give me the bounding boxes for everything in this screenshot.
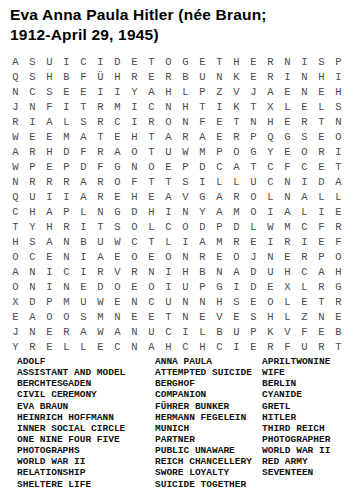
- grid-cell[interactable]: P: [245, 129, 262, 144]
- grid-cell[interactable]: R: [262, 69, 279, 84]
- grid-cell[interactable]: C: [24, 84, 41, 99]
- grid-cell[interactable]: D: [92, 279, 109, 294]
- grid-cell[interactable]: A: [41, 234, 58, 249]
- grid-cell[interactable]: N: [24, 279, 41, 294]
- grid-cell[interactable]: R: [58, 324, 75, 339]
- grid-cell[interactable]: S: [228, 294, 245, 309]
- grid-cell[interactable]: T: [92, 219, 109, 234]
- grid-cell[interactable]: R: [58, 174, 75, 189]
- grid-cell[interactable]: E: [296, 99, 313, 114]
- grid-cell[interactable]: I: [160, 204, 177, 219]
- grid-cell[interactable]: S: [296, 129, 313, 144]
- grid-cell[interactable]: K: [228, 99, 245, 114]
- grid-cell[interactable]: T: [75, 99, 92, 114]
- grid-cell[interactable]: R: [92, 144, 109, 159]
- grid-cell[interactable]: A: [194, 234, 211, 249]
- grid-cell[interactable]: C: [143, 99, 160, 114]
- grid-cell[interactable]: T: [143, 129, 160, 144]
- grid-cell[interactable]: N: [313, 309, 330, 324]
- grid-cell[interactable]: N: [177, 204, 194, 219]
- grid-cell[interactable]: E: [92, 339, 109, 354]
- grid-cell[interactable]: O: [245, 204, 262, 219]
- grid-cell[interactable]: E: [109, 189, 126, 204]
- grid-cell[interactable]: D: [24, 294, 41, 309]
- grid-cell[interactable]: I: [126, 99, 143, 114]
- grid-cell[interactable]: S: [313, 54, 330, 69]
- grid-cell[interactable]: P: [58, 159, 75, 174]
- grid-cell[interactable]: N: [177, 294, 194, 309]
- grid-cell[interactable]: A: [75, 189, 92, 204]
- grid-cell[interactable]: L: [279, 99, 296, 114]
- grid-cell[interactable]: G: [211, 279, 228, 294]
- grid-cell[interactable]: U: [92, 234, 109, 249]
- grid-cell[interactable]: O: [143, 279, 160, 294]
- grid-cell[interactable]: H: [211, 294, 228, 309]
- grid-cell[interactable]: A: [75, 174, 92, 189]
- grid-cell[interactable]: W: [177, 144, 194, 159]
- grid-cell[interactable]: A: [92, 249, 109, 264]
- grid-cell[interactable]: B: [75, 234, 92, 249]
- grid-cell[interactable]: T: [330, 339, 347, 354]
- grid-cell[interactable]: H: [262, 114, 279, 129]
- grid-cell[interactable]: S: [109, 219, 126, 234]
- grid-cell[interactable]: E: [58, 84, 75, 99]
- grid-cell[interactable]: H: [194, 339, 211, 354]
- grid-cell[interactable]: P: [313, 249, 330, 264]
- grid-cell[interactable]: L: [177, 84, 194, 99]
- grid-cell[interactable]: N: [7, 174, 24, 189]
- grid-cell[interactable]: K: [228, 69, 245, 84]
- grid-cell[interactable]: N: [126, 159, 143, 174]
- grid-cell[interactable]: N: [143, 264, 160, 279]
- grid-cell[interactable]: P: [194, 279, 211, 294]
- grid-cell[interactable]: R: [7, 114, 24, 129]
- grid-cell[interactable]: N: [279, 189, 296, 204]
- grid-cell[interactable]: Q: [7, 69, 24, 84]
- grid-cell[interactable]: I: [194, 174, 211, 189]
- grid-cell[interactable]: I: [313, 204, 330, 219]
- grid-cell[interactable]: D: [245, 279, 262, 294]
- grid-cell[interactable]: T: [160, 174, 177, 189]
- grid-cell[interactable]: M: [279, 219, 296, 234]
- grid-cell[interactable]: R: [330, 219, 347, 234]
- grid-cell[interactable]: X: [279, 279, 296, 294]
- grid-cell[interactable]: U: [160, 294, 177, 309]
- grid-cell[interactable]: I: [296, 234, 313, 249]
- grid-cell[interactable]: P: [41, 294, 58, 309]
- grid-cell[interactable]: N: [58, 234, 75, 249]
- grid-cell[interactable]: R: [177, 129, 194, 144]
- grid-cell[interactable]: J: [7, 99, 24, 114]
- grid-cell[interactable]: A: [41, 204, 58, 219]
- grid-cell[interactable]: E: [126, 309, 143, 324]
- grid-cell[interactable]: N: [109, 309, 126, 324]
- grid-cell[interactable]: N: [24, 264, 41, 279]
- grid-cell[interactable]: I: [41, 264, 58, 279]
- grid-cell[interactable]: Y: [7, 339, 24, 354]
- grid-cell[interactable]: V: [177, 189, 194, 204]
- grid-cell[interactable]: H: [126, 189, 143, 204]
- grid-cell[interactable]: E: [211, 249, 228, 264]
- grid-cell[interactable]: H: [279, 264, 296, 279]
- grid-cell[interactable]: T: [143, 144, 160, 159]
- grid-cell[interactable]: H: [41, 144, 58, 159]
- grid-cell[interactable]: R: [313, 279, 330, 294]
- grid-cell[interactable]: P: [211, 219, 228, 234]
- grid-cell[interactable]: O: [296, 144, 313, 159]
- grid-cell[interactable]: A: [211, 204, 228, 219]
- grid-cell[interactable]: R: [92, 189, 109, 204]
- grid-cell[interactable]: D: [75, 159, 92, 174]
- grid-cell[interactable]: H: [7, 234, 24, 249]
- grid-cell[interactable]: T: [313, 114, 330, 129]
- grid-cell[interactable]: E: [126, 279, 143, 294]
- grid-cell[interactable]: M: [109, 99, 126, 114]
- grid-cell[interactable]: N: [330, 114, 347, 129]
- grid-cell[interactable]: H: [262, 309, 279, 324]
- grid-cell[interactable]: E: [245, 339, 262, 354]
- grid-cell[interactable]: I: [92, 54, 109, 69]
- grid-cell[interactable]: R: [313, 339, 330, 354]
- grid-cell[interactable]: C: [7, 204, 24, 219]
- grid-cell[interactable]: F: [296, 324, 313, 339]
- grid-cell[interactable]: T: [7, 219, 24, 234]
- grid-cell[interactable]: N: [126, 294, 143, 309]
- grid-cell[interactable]: X: [262, 99, 279, 114]
- grid-cell[interactable]: H: [177, 264, 194, 279]
- grid-cell[interactable]: E: [143, 69, 160, 84]
- grid-cell[interactable]: O: [7, 249, 24, 264]
- grid-cell[interactable]: N: [160, 99, 177, 114]
- grid-cell[interactable]: H: [24, 204, 41, 219]
- grid-cell[interactable]: N: [245, 114, 262, 129]
- grid-cell[interactable]: R: [296, 114, 313, 129]
- grid-cell[interactable]: E: [41, 324, 58, 339]
- grid-cell[interactable]: L: [245, 219, 262, 234]
- grid-cell[interactable]: I: [279, 69, 296, 84]
- grid-cell[interactable]: L: [194, 324, 211, 339]
- grid-cell[interactable]: E: [41, 249, 58, 264]
- grid-cell[interactable]: N: [177, 309, 194, 324]
- grid-cell[interactable]: C: [211, 159, 228, 174]
- grid-cell[interactable]: T: [245, 99, 262, 114]
- grid-cell[interactable]: U: [245, 174, 262, 189]
- grid-cell[interactable]: S: [75, 309, 92, 324]
- grid-cell[interactable]: E: [194, 309, 211, 324]
- grid-cell[interactable]: F: [126, 174, 143, 189]
- grid-cell[interactable]: L: [296, 279, 313, 294]
- grid-cell[interactable]: L: [279, 309, 296, 324]
- grid-cell[interactable]: L: [228, 174, 245, 189]
- grid-cell[interactable]: N: [262, 249, 279, 264]
- grid-cell[interactable]: U: [262, 264, 279, 279]
- grid-cell[interactable]: N: [126, 339, 143, 354]
- grid-cell[interactable]: T: [160, 309, 177, 324]
- grid-cell[interactable]: O: [228, 144, 245, 159]
- grid-cell[interactable]: V: [109, 264, 126, 279]
- grid-cell[interactable]: R: [143, 114, 160, 129]
- grid-cell[interactable]: A: [143, 339, 160, 354]
- grid-cell[interactable]: E: [262, 279, 279, 294]
- grid-cell[interactable]: Z: [296, 309, 313, 324]
- grid-cell[interactable]: T: [194, 99, 211, 114]
- grid-cell[interactable]: U: [194, 69, 211, 84]
- grid-cell[interactable]: D: [126, 204, 143, 219]
- grid-cell[interactable]: U: [143, 324, 160, 339]
- grid-cell[interactable]: L: [75, 339, 92, 354]
- grid-cell[interactable]: E: [24, 129, 41, 144]
- grid-cell[interactable]: F: [75, 69, 92, 84]
- grid-cell[interactable]: M: [211, 234, 228, 249]
- grid-cell[interactable]: Q: [7, 189, 24, 204]
- grid-cell[interactable]: A: [313, 264, 330, 279]
- grid-cell[interactable]: A: [7, 54, 24, 69]
- grid-cell[interactable]: P: [194, 84, 211, 99]
- grid-cell[interactable]: R: [24, 144, 41, 159]
- grid-cell[interactable]: E: [160, 159, 177, 174]
- grid-cell[interactable]: C: [75, 54, 92, 69]
- grid-cell[interactable]: A: [228, 159, 245, 174]
- grid-cell[interactable]: N: [296, 69, 313, 84]
- grid-cell[interactable]: A: [194, 129, 211, 144]
- grid-cell[interactable]: H: [228, 54, 245, 69]
- grid-cell[interactable]: F: [75, 144, 92, 159]
- grid-cell[interactable]: E: [279, 84, 296, 99]
- grid-cell[interactable]: R: [126, 69, 143, 84]
- grid-cell[interactable]: S: [24, 234, 41, 249]
- grid-cell[interactable]: E: [245, 234, 262, 249]
- grid-cell[interactable]: F: [92, 159, 109, 174]
- grid-cell[interactable]: D: [194, 219, 211, 234]
- grid-cell[interactable]: Y: [194, 204, 211, 219]
- grid-cell[interactable]: S: [245, 309, 262, 324]
- grid-cell[interactable]: W: [92, 294, 109, 309]
- grid-cell[interactable]: E: [211, 129, 228, 144]
- grid-cell[interactable]: O: [126, 144, 143, 159]
- grid-cell[interactable]: A: [7, 264, 24, 279]
- grid-cell[interactable]: I: [211, 99, 228, 114]
- grid-cell[interactable]: C: [296, 264, 313, 279]
- grid-cell[interactable]: P: [330, 54, 347, 69]
- grid-cell[interactable]: S: [24, 69, 41, 84]
- grid-cell[interactable]: N: [58, 279, 75, 294]
- grid-cell[interactable]: P: [245, 324, 262, 339]
- grid-cell[interactable]: O: [177, 219, 194, 234]
- grid-cell[interactable]: R: [228, 189, 245, 204]
- grid-cell[interactable]: E: [41, 339, 58, 354]
- grid-cell[interactable]: I: [75, 219, 92, 234]
- grid-cell[interactable]: E: [41, 159, 58, 174]
- grid-cell[interactable]: R: [92, 264, 109, 279]
- grid-cell[interactable]: Y: [24, 219, 41, 234]
- grid-cell[interactable]: I: [41, 189, 58, 204]
- grid-cell[interactable]: P: [177, 159, 194, 174]
- grid-cell[interactable]: I: [58, 99, 75, 114]
- grid-cell[interactable]: T: [143, 234, 160, 249]
- grid-cell[interactable]: Z: [211, 84, 228, 99]
- grid-cell[interactable]: S: [75, 114, 92, 129]
- grid-cell[interactable]: I: [92, 84, 109, 99]
- grid-cell[interactable]: T: [228, 114, 245, 129]
- grid-cell[interactable]: I: [75, 264, 92, 279]
- grid-cell[interactable]: E: [109, 294, 126, 309]
- grid-cell[interactable]: T: [143, 54, 160, 69]
- grid-cell[interactable]: S: [177, 174, 194, 189]
- grid-cell[interactable]: T: [143, 174, 160, 189]
- grid-cell[interactable]: N: [177, 249, 194, 264]
- grid-cell[interactable]: I: [177, 324, 194, 339]
- grid-cell[interactable]: C: [177, 339, 194, 354]
- grid-cell[interactable]: C: [126, 234, 143, 249]
- grid-cell[interactable]: L: [75, 204, 92, 219]
- grid-cell[interactable]: G: [194, 189, 211, 204]
- grid-cell[interactable]: W: [7, 159, 24, 174]
- grid-cell[interactable]: G: [177, 54, 194, 69]
- grid-cell[interactable]: M: [58, 294, 75, 309]
- grid-cell[interactable]: W: [262, 219, 279, 234]
- grid-cell[interactable]: I: [262, 204, 279, 219]
- grid-cell[interactable]: B: [177, 69, 194, 84]
- grid-cell[interactable]: E: [109, 249, 126, 264]
- grid-cell[interactable]: E: [126, 54, 143, 69]
- grid-cell[interactable]: R: [58, 219, 75, 234]
- grid-cell[interactable]: J: [7, 324, 24, 339]
- grid-cell[interactable]: N: [92, 204, 109, 219]
- grid-cell[interactable]: T: [313, 294, 330, 309]
- grid-cell[interactable]: M: [92, 309, 109, 324]
- grid-cell[interactable]: N: [58, 249, 75, 264]
- grid-cell[interactable]: I: [58, 54, 75, 69]
- grid-cell[interactable]: F: [279, 339, 296, 354]
- grid-cell[interactable]: A: [330, 174, 347, 189]
- grid-cell[interactable]: D: [194, 159, 211, 174]
- grid-cell[interactable]: I: [177, 234, 194, 249]
- grid-cell[interactable]: N: [296, 84, 313, 99]
- grid-cell[interactable]: M: [228, 204, 245, 219]
- grid-cell[interactable]: E: [245, 54, 262, 69]
- grid-cell[interactable]: D: [245, 264, 262, 279]
- grid-cell[interactable]: T: [211, 54, 228, 69]
- grid-cell[interactable]: O: [109, 279, 126, 294]
- grid-cell[interactable]: L: [58, 339, 75, 354]
- grid-cell[interactable]: C: [109, 339, 126, 354]
- grid-cell[interactable]: R: [228, 129, 245, 144]
- grid-cell[interactable]: A: [160, 129, 177, 144]
- grid-cell[interactable]: A: [75, 129, 92, 144]
- grid-cell[interactable]: R: [262, 339, 279, 354]
- grid-cell[interactable]: R: [228, 234, 245, 249]
- grid-cell[interactable]: C: [296, 159, 313, 174]
- grid-cell[interactable]: V: [211, 309, 228, 324]
- grid-cell[interactable]: I: [296, 174, 313, 189]
- grid-cell[interactable]: C: [160, 324, 177, 339]
- grid-cell[interactable]: I: [228, 279, 245, 294]
- grid-cell[interactable]: T: [92, 129, 109, 144]
- grid-cell[interactable]: I: [58, 189, 75, 204]
- grid-cell[interactable]: N: [279, 174, 296, 189]
- grid-cell[interactable]: O: [143, 159, 160, 174]
- grid-cell[interactable]: E: [41, 129, 58, 144]
- grid-cell[interactable]: I: [228, 339, 245, 354]
- grid-cell[interactable]: O: [41, 309, 58, 324]
- grid-cell[interactable]: E: [313, 159, 330, 174]
- grid-cell[interactable]: G: [109, 159, 126, 174]
- grid-cell[interactable]: H: [330, 264, 347, 279]
- grid-cell[interactable]: O: [262, 294, 279, 309]
- grid-cell[interactable]: U: [296, 339, 313, 354]
- grid-cell[interactable]: H: [143, 204, 160, 219]
- grid-cell[interactable]: I: [296, 54, 313, 69]
- grid-cell[interactable]: A: [7, 144, 24, 159]
- grid-cell[interactable]: I: [262, 234, 279, 249]
- grid-cell[interactable]: U: [177, 279, 194, 294]
- grid-cell[interactable]: P: [211, 144, 228, 159]
- grid-cell[interactable]: G: [245, 144, 262, 159]
- grid-cell[interactable]: C: [262, 174, 279, 189]
- grid-cell[interactable]: V: [228, 84, 245, 99]
- grid-cell[interactable]: R: [330, 294, 347, 309]
- grid-cell[interactable]: S: [24, 54, 41, 69]
- grid-cell[interactable]: R: [296, 249, 313, 264]
- grid-cell[interactable]: E: [313, 84, 330, 99]
- grid-cell[interactable]: H: [160, 339, 177, 354]
- grid-cell[interactable]: A: [279, 204, 296, 219]
- grid-cell[interactable]: E: [330, 204, 347, 219]
- grid-cell[interactable]: E: [211, 114, 228, 129]
- grid-cell[interactable]: L: [262, 189, 279, 204]
- grid-cell[interactable]: F: [330, 234, 347, 249]
- grid-cell[interactable]: H: [160, 84, 177, 99]
- grid-cell[interactable]: R: [41, 174, 58, 189]
- grid-cell[interactable]: A: [75, 324, 92, 339]
- grid-cell[interactable]: U: [41, 54, 58, 69]
- grid-cell[interactable]: R: [194, 249, 211, 264]
- grid-cell[interactable]: N: [194, 294, 211, 309]
- grid-cell[interactable]: U: [228, 324, 245, 339]
- grid-cell[interactable]: T: [245, 159, 262, 174]
- grid-cell[interactable]: N: [24, 324, 41, 339]
- grid-cell[interactable]: R: [160, 69, 177, 84]
- grid-cell[interactable]: E: [109, 129, 126, 144]
- grid-cell[interactable]: O: [160, 54, 177, 69]
- grid-cell[interactable]: R: [24, 339, 41, 354]
- grid-cell[interactable]: H: [177, 99, 194, 114]
- grid-cell[interactable]: A: [228, 264, 245, 279]
- grid-cell[interactable]: D: [313, 174, 330, 189]
- grid-cell[interactable]: H: [313, 69, 330, 84]
- grid-cell[interactable]: N: [7, 84, 24, 99]
- grid-cell[interactable]: A: [296, 189, 313, 204]
- grid-cell[interactable]: O: [126, 249, 143, 264]
- grid-cell[interactable]: E: [279, 114, 296, 129]
- grid-cell[interactable]: N: [211, 264, 228, 279]
- grid-cell[interactable]: H: [126, 129, 143, 144]
- grid-cell[interactable]: U: [160, 144, 177, 159]
- grid-cell[interactable]: R: [92, 174, 109, 189]
- grid-cell[interactable]: L: [313, 189, 330, 204]
- grid-cell[interactable]: R: [313, 144, 330, 159]
- grid-cell[interactable]: E: [194, 54, 211, 69]
- grid-cell[interactable]: Q: [262, 129, 279, 144]
- grid-cell[interactable]: Ü: [92, 69, 109, 84]
- grid-cell[interactable]: E: [143, 189, 160, 204]
- grid-cell[interactable]: C: [143, 294, 160, 309]
- grid-cell[interactable]: F: [313, 219, 330, 234]
- grid-cell[interactable]: G: [330, 279, 347, 294]
- grid-cell[interactable]: A: [211, 189, 228, 204]
- grid-cell[interactable]: K: [262, 324, 279, 339]
- grid-cell[interactable]: R: [262, 54, 279, 69]
